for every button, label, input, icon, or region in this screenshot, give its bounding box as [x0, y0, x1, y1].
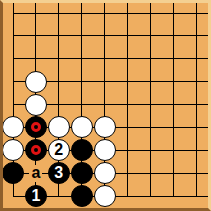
stone-black: [71, 185, 93, 207]
stone-white: [94, 185, 116, 207]
move-number-label: 1: [31, 188, 40, 204]
stone-black-move-3: 3: [48, 162, 70, 184]
stone-white: [94, 139, 116, 161]
grid-line-vertical: [173, 3, 174, 197]
grid-line-horizontal: [13, 35, 209, 36]
stone-white: [48, 116, 70, 138]
go-board-diagram: a231: [0, 0, 211, 211]
stone-black: [71, 162, 93, 184]
stone-white: [94, 162, 116, 184]
grid-line-horizontal: [13, 13, 209, 14]
grid-line-vertical: [150, 3, 151, 197]
stone-white: [2, 139, 24, 161]
stone-white: [71, 116, 93, 138]
stone-black: [71, 139, 93, 161]
grid-line-horizontal: [13, 58, 209, 59]
stone-white: [25, 71, 47, 93]
stone-black-move-1: 1: [25, 185, 47, 207]
move-number-label: 3: [54, 165, 63, 181]
stone-white: [25, 94, 47, 116]
stone-black: [2, 162, 24, 184]
stone-black: [25, 116, 47, 138]
circle-mark-icon: [31, 122, 41, 132]
grid-line-vertical: [127, 3, 128, 197]
point-label-a: a: [29, 165, 42, 182]
stone-white: [94, 116, 116, 138]
stone-black: [25, 139, 47, 161]
circle-mark-icon: [31, 145, 41, 155]
grid-line-vertical: [196, 3, 197, 197]
stone-white-move-2: 2: [48, 139, 70, 161]
move-number-label: 2: [54, 142, 63, 158]
go-board: a231: [3, 3, 208, 208]
stone-white: [2, 116, 24, 138]
